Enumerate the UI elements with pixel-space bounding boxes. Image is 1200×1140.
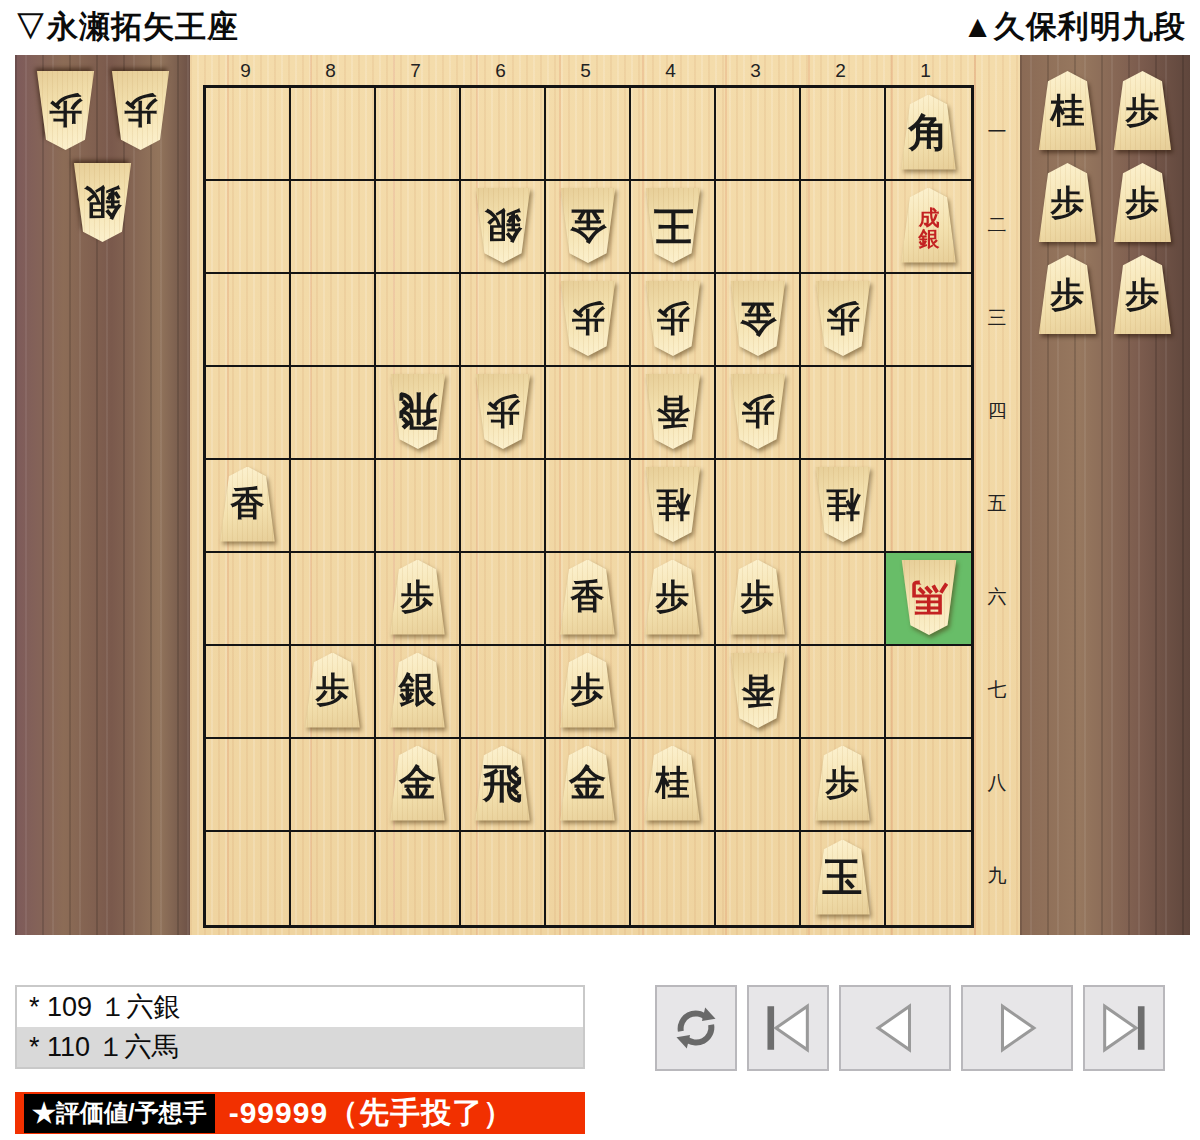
piece-body: 香 [727, 653, 789, 728]
board-cell: 香 [546, 553, 631, 646]
board-cell [291, 460, 376, 553]
skip-to-start-icon [759, 999, 817, 1057]
piece-body: 歩 [642, 560, 704, 635]
sente-piece-金: 金 [557, 746, 619, 821]
board-cell [801, 367, 886, 460]
board-cell [631, 832, 716, 925]
file-label: 5 [543, 57, 628, 85]
board-cell: 銀 [376, 646, 461, 739]
piece-body: 香 [642, 374, 704, 449]
gote-piece-歩: 歩 [472, 374, 534, 449]
piece-body: 香 [217, 467, 279, 542]
piece-body: 歩 [472, 374, 534, 449]
gote-piece-香: 香 [727, 653, 789, 728]
rank-label: 二 [974, 178, 1020, 271]
file-label: 7 [373, 57, 458, 85]
file-label: 8 [288, 57, 373, 85]
sente-piece-歩: 歩 [727, 560, 789, 635]
board-cell [291, 88, 376, 181]
board-cell [716, 88, 801, 181]
board-cell [631, 646, 716, 739]
rank-label: 九 [974, 829, 1020, 922]
board-cell [291, 181, 376, 274]
sente-piece-銀: 銀 [387, 653, 449, 728]
piece-body: 桂 [642, 467, 704, 542]
piece-body: 銀 [387, 653, 449, 728]
board-wood-area: 歩歩銀 987654321 角銀金王成銀歩歩金歩飛歩香歩香桂桂歩香歩歩馬歩銀歩香… [15, 55, 1190, 935]
shogi-viewer: ▽永瀬拓矢王座 ▲久保利明九段 歩歩銀 987654321 角銀金王成銀歩歩金歩… [0, 0, 1200, 1140]
next-move-button[interactable] [961, 985, 1073, 1071]
rank-label: 六 [974, 550, 1020, 643]
piece-body: 歩 [1035, 163, 1100, 242]
board-cell [291, 832, 376, 925]
board-cell: 王 [631, 181, 716, 274]
piece-body: 歩 [1110, 255, 1175, 334]
rank-label: 八 [974, 736, 1020, 829]
board-cell [886, 646, 971, 739]
board-cell: 歩 [461, 367, 546, 460]
sente-piece-成銀: 成銀 [898, 188, 960, 263]
rank-label: 三 [974, 271, 1020, 364]
piece-body: 香 [557, 560, 619, 635]
next-icon [985, 999, 1049, 1057]
sente-hand-pieces: 桂歩歩歩歩歩 [1020, 71, 1190, 334]
file-label: 1 [883, 57, 968, 85]
sente-piece-桂: 桂 [642, 746, 704, 821]
gote-piece-桂: 桂 [812, 467, 874, 542]
board-cell [376, 274, 461, 367]
sente-piece-歩: 歩 [642, 560, 704, 635]
board-cell: 飛 [461, 739, 546, 832]
piece-body: 歩 [1035, 255, 1100, 334]
board-cell [291, 739, 376, 832]
board-cell [206, 553, 291, 646]
board-cell: 角 [886, 88, 971, 181]
file-label: 3 [713, 57, 798, 85]
board-cell [716, 460, 801, 553]
gote-piece-飛: 飛 [387, 374, 449, 449]
piece-body: 歩 [557, 653, 619, 728]
board-cell: 玉 [801, 832, 886, 925]
previous-icon [863, 999, 927, 1057]
navigation-buttons [655, 985, 1165, 1071]
piece-body: 成銀 [898, 188, 960, 263]
sente-piece-歩: 歩 [1035, 255, 1100, 334]
board-cell: 金 [546, 739, 631, 832]
board-cell [801, 88, 886, 181]
board-cell [631, 88, 716, 181]
sente-piece-桂: 桂 [1035, 71, 1100, 150]
gote-piece-銀: 銀 [472, 188, 534, 263]
piece-body: 桂 [1035, 71, 1100, 150]
piece-body: 馬 [898, 560, 960, 635]
board-cell [716, 832, 801, 925]
last-move-button[interactable] [1083, 985, 1165, 1071]
rank-label: 五 [974, 457, 1020, 550]
board-cell [886, 460, 971, 553]
board-cell: 香 [206, 460, 291, 553]
gote-piece-馬: 馬 [898, 560, 960, 635]
piece-body: 王 [642, 188, 704, 263]
board-cell [206, 181, 291, 274]
refresh-button[interactable] [655, 985, 737, 1071]
piece-body: 歩 [302, 653, 364, 728]
board-cell [801, 553, 886, 646]
board-cell: 歩 [546, 646, 631, 739]
skip-to-end-icon [1095, 999, 1153, 1057]
evaluation-bar: ★評価値/予想手 -99999（先手投了） [15, 1092, 585, 1134]
file-label: 6 [458, 57, 543, 85]
board-cell [461, 553, 546, 646]
board-cell [376, 832, 461, 925]
board-cell [886, 274, 971, 367]
piece-body: 角 [898, 95, 960, 170]
piece-body: 歩 [812, 281, 874, 356]
board-cell [886, 832, 971, 925]
board-cell: 香 [631, 367, 716, 460]
board-cell [801, 646, 886, 739]
sente-piece-香: 香 [557, 560, 619, 635]
gote-piece-歩: 歩 [642, 281, 704, 356]
board-cell [206, 832, 291, 925]
evaluation-label: ★評価値/予想手 [24, 1094, 215, 1133]
evaluation-value: -99999（先手投了） [229, 1093, 514, 1134]
board-cell [461, 274, 546, 367]
piece-body: 銀 [70, 163, 135, 242]
piece-body: 歩 [727, 560, 789, 635]
board-cell [376, 88, 461, 181]
sente-captured-tray: 桂歩歩歩歩歩 [1020, 55, 1190, 935]
gote-piece-香: 香 [642, 374, 704, 449]
file-labels: 987654321 [203, 57, 968, 85]
board-cell [291, 553, 376, 646]
board-cell [291, 274, 376, 367]
board-cell [886, 739, 971, 832]
board-cell [716, 739, 801, 832]
board-cell [461, 88, 546, 181]
sente-piece-歩: 歩 [812, 746, 874, 821]
sente-piece-歩: 歩 [1110, 163, 1175, 242]
gote-piece-歩: 歩 [812, 281, 874, 356]
sente-piece-歩: 歩 [1035, 163, 1100, 242]
sente-piece-角: 角 [898, 95, 960, 170]
gote-captured-tray: 歩歩銀 [15, 55, 190, 935]
refresh-icon [670, 1002, 722, 1054]
gote-piece-歩: 歩 [557, 281, 619, 356]
sente-piece-歩: 歩 [387, 560, 449, 635]
rank-label: 一 [974, 85, 1020, 178]
board-cell: 歩 [291, 646, 376, 739]
board-cell [886, 367, 971, 460]
piece-body: 歩 [1110, 163, 1175, 242]
board-cell [461, 460, 546, 553]
piece-body: 桂 [642, 746, 704, 821]
piece-body: 飛 [472, 746, 534, 821]
board-cell: 歩 [716, 553, 801, 646]
previous-move-button[interactable] [839, 985, 951, 1071]
gote-piece-金: 金 [557, 188, 619, 263]
piece-kanji: 成銀 [919, 201, 939, 250]
board-cell: 飛 [376, 367, 461, 460]
file-label: 9 [203, 57, 288, 85]
board-cell: 歩 [801, 739, 886, 832]
board-cell: 歩 [631, 553, 716, 646]
gote-piece-銀: 銀 [70, 163, 135, 242]
board-cell [546, 88, 631, 181]
board-cell [206, 367, 291, 460]
piece-body: 歩 [387, 560, 449, 635]
sente-piece-香: 香 [217, 467, 279, 542]
move-list-item[interactable]: * 109 １六銀 [17, 987, 583, 1027]
first-move-button[interactable] [747, 985, 829, 1071]
gote-piece-歩: 歩 [33, 71, 98, 150]
board-cell: 金 [716, 274, 801, 367]
sente-piece-歩: 歩 [1110, 255, 1175, 334]
piece-body: 歩 [1110, 71, 1175, 150]
board-cell: 桂 [631, 460, 716, 553]
sente-piece-歩: 歩 [1110, 71, 1175, 150]
board-cell: 歩 [716, 367, 801, 460]
file-label: 2 [798, 57, 883, 85]
gote-piece-王: 王 [642, 188, 704, 263]
board-cell [461, 832, 546, 925]
board-cell: 歩 [546, 274, 631, 367]
piece-body: 歩 [557, 281, 619, 356]
file-label: 4 [628, 57, 713, 85]
gote-hand-pieces: 歩歩銀 [15, 71, 190, 242]
board-cell: 成銀 [886, 181, 971, 274]
board-cell: 金 [546, 181, 631, 274]
board-cell [206, 274, 291, 367]
board-cell [206, 88, 291, 181]
piece-body: 金 [557, 746, 619, 821]
gote-player-name: ▽永瀬拓矢王座 [15, 6, 239, 48]
sente-piece-金: 金 [387, 746, 449, 821]
board-cell [376, 460, 461, 553]
sente-piece-飛: 飛 [472, 746, 534, 821]
board-cell: 桂 [631, 739, 716, 832]
board-cell: 歩 [801, 274, 886, 367]
rank-labels: 一二三四五六七八九 [974, 85, 1020, 928]
board-cell: 金 [376, 739, 461, 832]
board-cell: 銀 [461, 181, 546, 274]
sente-piece-歩: 歩 [557, 653, 619, 728]
piece-body: 歩 [642, 281, 704, 356]
board-cell [206, 739, 291, 832]
board-cell [291, 367, 376, 460]
shogi-board: 角銀金王成銀歩歩金歩飛歩香歩香桂桂歩香歩歩馬歩銀歩香金飛金桂歩玉 [203, 85, 974, 928]
piece-body: 金 [557, 188, 619, 263]
gote-piece-歩: 歩 [727, 374, 789, 449]
piece-body: 玉 [812, 840, 874, 915]
piece-body: 金 [727, 281, 789, 356]
piece-body: 金 [387, 746, 449, 821]
gote-piece-金: 金 [727, 281, 789, 356]
board-cell [546, 832, 631, 925]
board-cell: 歩 [631, 274, 716, 367]
move-list[interactable]: * 109 １六銀* 110 １六馬 [15, 985, 585, 1069]
last-move-square: 馬 [886, 553, 971, 646]
piece-body: 歩 [108, 71, 173, 150]
move-list-item[interactable]: * 110 １六馬 [17, 1027, 583, 1067]
piece-body: 歩 [727, 374, 789, 449]
piece-body: 桂 [812, 467, 874, 542]
board-cell [376, 181, 461, 274]
sente-player-name: ▲久保利明九段 [962, 6, 1186, 48]
board-cell [801, 181, 886, 274]
board-cell [206, 646, 291, 739]
board-cell [546, 367, 631, 460]
board-cell [546, 460, 631, 553]
sente-piece-歩: 歩 [302, 653, 364, 728]
board-cell: 桂 [801, 460, 886, 553]
board-cell: 歩 [376, 553, 461, 646]
board-surface: 987654321 角銀金王成銀歩歩金歩飛歩香歩香桂桂歩香歩歩馬歩銀歩香金飛金桂… [190, 55, 1020, 935]
piece-body: 銀 [472, 188, 534, 263]
rank-label: 七 [974, 643, 1020, 736]
gote-piece-桂: 桂 [642, 467, 704, 542]
gote-piece-歩: 歩 [108, 71, 173, 150]
piece-body: 歩 [33, 71, 98, 150]
rank-label: 四 [974, 364, 1020, 457]
board-cell [716, 181, 801, 274]
board-cell: 香 [716, 646, 801, 739]
piece-body: 飛 [387, 374, 449, 449]
sente-piece-玉: 玉 [812, 840, 874, 915]
board-cell [461, 646, 546, 739]
piece-body: 歩 [812, 746, 874, 821]
